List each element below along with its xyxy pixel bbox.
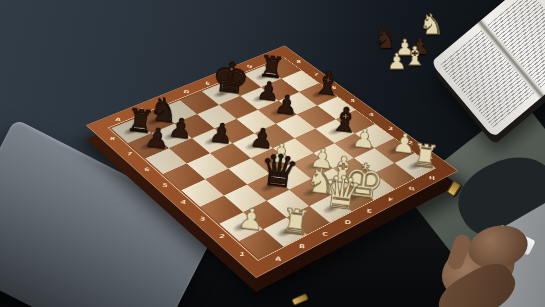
file-label: F [388,196,393,202]
file-label: G [408,185,414,191]
piece-black-pawn[interactable]: ♟ [208,119,235,148]
square-g4[interactable]: ♝ [316,119,355,143]
file-label: E [205,80,211,85]
piece-white-rook[interactable]: ♜ [278,203,312,240]
piece-black-bishop[interactable]: ♝ [311,66,344,102]
file-label: D [182,89,189,94]
piece-black-queen[interactable]: ♛ [256,147,301,196]
file-label: A [114,116,121,122]
piece-white-queen[interactable]: ♛ [319,168,364,217]
piece-black-pawn[interactable]: ♟ [143,123,170,153]
file-label: H [428,175,434,181]
rank-label: 5 [162,182,169,188]
piece-black-pawn[interactable]: ♟ [167,114,194,143]
rank-label: 4 [369,112,374,117]
file-label: E [366,207,371,214]
rank-label: 8 [296,59,301,64]
file-label: A [274,255,281,262]
file-label: B [298,242,305,249]
rank-label: 8 [109,136,116,142]
rank-label: 3 [199,215,206,222]
captured-white-bishop: ♝ [403,43,426,69]
rank-label: 4 [180,199,187,206]
piece-white-pawn[interactable]: ♟ [236,203,265,235]
rank-label: 3 [388,126,393,132]
scene: ABCDEFGH8♜♞♚♜87♟♟♟76♟♟♝65♟54♟♝43♛♟♟32♟♞♝… [0,0,545,307]
piece-white-pawn[interactable]: ♟ [351,124,378,153]
file-label: D [344,219,351,226]
rank-label: 7 [126,151,133,157]
piece-white-rook[interactable]: ♜ [409,139,441,174]
rank-label: 6 [144,166,151,172]
piece-black-pawn[interactable]: ♟ [273,91,299,119]
piece-black-king[interactable]: ♚ [209,55,251,101]
rank-label: 2 [219,233,226,240]
file-label: C [322,230,328,237]
rank-label: 1 [239,250,246,257]
